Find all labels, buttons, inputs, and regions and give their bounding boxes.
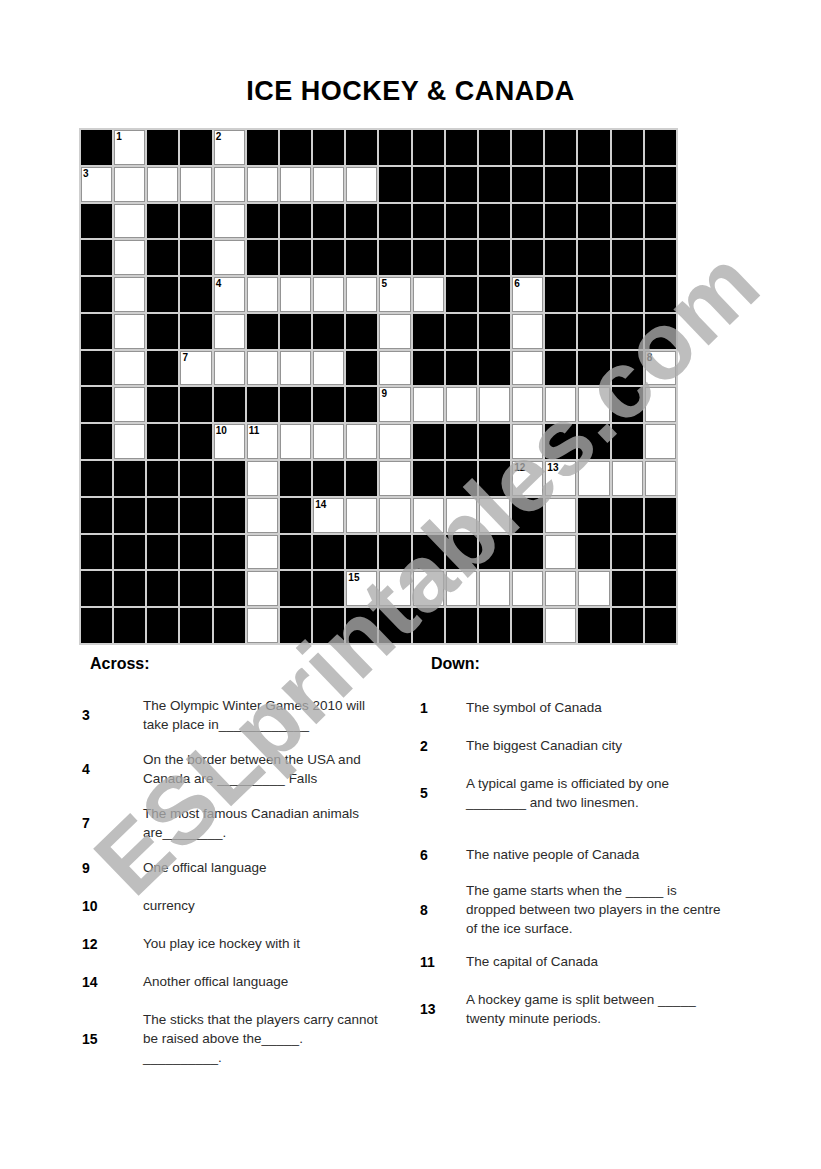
black-cell: [147, 608, 178, 643]
black-cell: [81, 608, 112, 643]
black-cell: [612, 167, 643, 202]
black-cell: [413, 351, 444, 386]
down-clue-list: 1The symbol of Canada2The biggest Canadi…: [418, 698, 748, 1028]
black-cell: [479, 535, 510, 570]
black-cell: [81, 387, 112, 422]
black-cell: [578, 204, 609, 239]
white-cell[interactable]: [346, 498, 377, 533]
white-cell[interactable]: 9: [379, 387, 410, 422]
white-cell[interactable]: [247, 461, 278, 496]
across-clue-list: 3The Olympic Winter Games 2010 will take…: [80, 696, 390, 1067]
black-cell: [512, 167, 543, 202]
black-cell: [512, 130, 543, 165]
across-clue-9: 9One offical language: [80, 858, 390, 877]
cell-clue-number: 15: [348, 572, 359, 583]
white-cell[interactable]: [413, 277, 444, 312]
white-cell[interactable]: [114, 167, 145, 202]
black-cell: [645, 571, 676, 606]
black-cell: [313, 535, 344, 570]
black-cell: [247, 314, 278, 349]
black-cell: [147, 424, 178, 459]
white-cell[interactable]: [645, 424, 676, 459]
black-cell: [379, 130, 410, 165]
black-cell: [180, 461, 211, 496]
black-cell: [379, 535, 410, 570]
black-cell: [147, 461, 178, 496]
white-cell[interactable]: 1: [114, 130, 145, 165]
white-cell[interactable]: [247, 608, 278, 643]
black-cell: [147, 314, 178, 349]
white-cell[interactable]: [545, 608, 576, 643]
white-cell[interactable]: 15: [346, 571, 377, 606]
white-cell[interactable]: [379, 461, 410, 496]
black-cell: [446, 130, 477, 165]
across-clue-12: 12You play ice hockey with it: [80, 934, 390, 953]
white-cell[interactable]: [578, 571, 609, 606]
black-cell: [379, 240, 410, 275]
black-cell: [645, 277, 676, 312]
black-cell: [545, 130, 576, 165]
black-cell: [545, 351, 576, 386]
black-cell: [379, 204, 410, 239]
cell-clue-number: 1: [116, 131, 122, 142]
black-cell: [578, 240, 609, 275]
black-cell: [81, 240, 112, 275]
white-cell[interactable]: [346, 424, 377, 459]
black-cell: [180, 424, 211, 459]
black-cell: [313, 240, 344, 275]
white-cell[interactable]: [379, 351, 410, 386]
white-cell[interactable]: 2: [214, 130, 245, 165]
clue-text: The Olympic Winter Games 2010 will take …: [143, 696, 379, 734]
black-cell: [413, 130, 444, 165]
clue-text: The native people of Canada: [466, 845, 728, 864]
black-cell: [578, 167, 609, 202]
black-cell: [578, 277, 609, 312]
black-cell: [313, 608, 344, 643]
black-cell: [446, 167, 477, 202]
black-cell: [578, 535, 609, 570]
black-cell: [479, 240, 510, 275]
white-cell[interactable]: [214, 240, 245, 275]
white-cell[interactable]: [645, 461, 676, 496]
black-cell: [81, 204, 112, 239]
clue-number: 4: [80, 761, 143, 777]
black-cell: [645, 130, 676, 165]
black-cell: [446, 461, 477, 496]
across-clue-7: 7The most famous Canadian animals are___…: [80, 804, 390, 842]
black-cell: [479, 277, 510, 312]
black-cell: [180, 571, 211, 606]
black-cell: [479, 130, 510, 165]
white-cell[interactable]: [612, 461, 643, 496]
clue-text: The symbol of Canada: [466, 698, 728, 717]
clue-number: 6: [418, 847, 466, 863]
black-cell: [479, 351, 510, 386]
black-cell: [645, 608, 676, 643]
white-cell[interactable]: 4: [214, 277, 245, 312]
black-cell: [214, 571, 245, 606]
black-cell: [446, 424, 477, 459]
black-cell: [446, 608, 477, 643]
black-cell: [147, 351, 178, 386]
white-cell[interactable]: [180, 167, 211, 202]
clue-text: A typical game is officiated by one ____…: [466, 774, 728, 812]
cell-clue-number: 7: [182, 352, 188, 363]
white-cell[interactable]: [214, 167, 245, 202]
black-cell: [645, 167, 676, 202]
black-cell: [413, 314, 444, 349]
black-cell: [147, 387, 178, 422]
white-cell[interactable]: [379, 571, 410, 606]
white-cell[interactable]: [114, 424, 145, 459]
across-clue-14: 14Another offical language: [80, 972, 390, 991]
black-cell: [280, 240, 311, 275]
black-cell: [81, 277, 112, 312]
black-cell: [180, 130, 211, 165]
white-cell[interactable]: [313, 351, 344, 386]
black-cell: [413, 204, 444, 239]
white-cell[interactable]: [114, 277, 145, 312]
black-cell: [346, 387, 377, 422]
clue-text: A hockey game is split between _____ twe…: [466, 990, 728, 1028]
black-cell: [280, 571, 311, 606]
across-clues-section: Across: 3The Olympic Winter Games 2010 w…: [80, 654, 390, 1086]
clue-text: The capital of Canada: [466, 952, 728, 971]
black-cell: [147, 204, 178, 239]
black-cell: [545, 167, 576, 202]
down-clue-11: 11The capital of Canada: [418, 952, 748, 971]
black-cell: [545, 314, 576, 349]
clue-number: 2: [418, 738, 466, 754]
black-cell: [612, 130, 643, 165]
cell-clue-number: 10: [216, 425, 227, 436]
white-cell[interactable]: 7: [180, 351, 211, 386]
clue-text: The game starts when the _____ is droppe…: [466, 881, 728, 938]
black-cell: [81, 351, 112, 386]
clue-text: One offical language: [143, 858, 379, 877]
black-cell: [346, 240, 377, 275]
white-cell[interactable]: [413, 387, 444, 422]
black-cell: [612, 314, 643, 349]
black-cell: [214, 498, 245, 533]
white-cell[interactable]: [280, 167, 311, 202]
black-cell: [346, 461, 377, 496]
black-cell: [413, 167, 444, 202]
down-clues-section: Down: 1The symbol of Canada2The biggest …: [418, 654, 748, 1047]
white-cell[interactable]: [247, 571, 278, 606]
cell-clue-number: 13: [547, 462, 558, 473]
white-cell[interactable]: [214, 314, 245, 349]
black-cell: [645, 314, 676, 349]
black-cell: [346, 314, 377, 349]
white-cell[interactable]: 10: [214, 424, 245, 459]
white-cell[interactable]: 14: [313, 498, 344, 533]
white-cell[interactable]: [413, 498, 444, 533]
clue-text: Another offical language: [143, 972, 379, 991]
black-cell: [645, 240, 676, 275]
black-cell: [313, 461, 344, 496]
white-cell[interactable]: [247, 351, 278, 386]
black-cell: [214, 387, 245, 422]
black-cell: [214, 461, 245, 496]
white-cell[interactable]: [280, 351, 311, 386]
cell-clue-number: 8: [647, 352, 653, 363]
black-cell: [81, 461, 112, 496]
black-cell: [280, 461, 311, 496]
clue-text: On the border between the USA and Canada…: [143, 750, 379, 788]
white-cell[interactable]: [545, 535, 576, 570]
down-header: Down:: [431, 654, 748, 673]
black-cell: [180, 608, 211, 643]
white-cell[interactable]: [346, 277, 377, 312]
down-clue-5: 5A typical game is officiated by one ___…: [418, 774, 748, 812]
white-cell[interactable]: 3: [81, 167, 112, 202]
black-cell: [280, 608, 311, 643]
black-cell: [413, 424, 444, 459]
black-cell: [645, 535, 676, 570]
black-cell: [147, 571, 178, 606]
black-cell: [280, 130, 311, 165]
clue-number: 1: [418, 700, 466, 716]
white-cell[interactable]: [479, 571, 510, 606]
black-cell: [214, 608, 245, 643]
white-cell[interactable]: [114, 314, 145, 349]
black-cell: [346, 130, 377, 165]
down-clue-13: 13A hockey game is split between _____ t…: [418, 990, 748, 1028]
black-cell: [446, 535, 477, 570]
white-cell[interactable]: [578, 461, 609, 496]
black-cell: [180, 204, 211, 239]
black-cell: [247, 204, 278, 239]
white-cell[interactable]: [313, 167, 344, 202]
clue-text: currency: [143, 896, 379, 915]
black-cell: [545, 424, 576, 459]
black-cell: [512, 240, 543, 275]
clue-number: 13: [418, 1001, 466, 1017]
white-cell[interactable]: [114, 351, 145, 386]
white-cell[interactable]: [313, 277, 344, 312]
black-cell: [578, 314, 609, 349]
black-cell: [247, 387, 278, 422]
black-cell: [479, 167, 510, 202]
black-cell: [578, 498, 609, 533]
white-cell[interactable]: [512, 351, 543, 386]
black-cell: [612, 608, 643, 643]
white-cell[interactable]: [379, 498, 410, 533]
white-cell[interactable]: 12: [512, 461, 543, 496]
black-cell: [313, 204, 344, 239]
black-cell: [247, 240, 278, 275]
black-cell: [180, 387, 211, 422]
white-cell[interactable]: [379, 314, 410, 349]
cell-clue-number: 5: [381, 278, 387, 289]
white-cell[interactable]: [446, 387, 477, 422]
black-cell: [512, 204, 543, 239]
white-cell[interactable]: [545, 571, 576, 606]
black-cell: [81, 130, 112, 165]
black-cell: [479, 314, 510, 349]
black-cell: [578, 130, 609, 165]
black-cell: [446, 277, 477, 312]
black-cell: [413, 461, 444, 496]
down-clue-8: 8The game starts when the _____ is dropp…: [418, 881, 748, 938]
black-cell: [479, 608, 510, 643]
black-cell: [479, 424, 510, 459]
black-cell: [446, 204, 477, 239]
clue-number: 10: [80, 898, 143, 914]
white-cell[interactable]: 11: [247, 424, 278, 459]
white-cell[interactable]: [479, 387, 510, 422]
black-cell: [346, 351, 377, 386]
clue-number: 3: [80, 707, 143, 723]
clue-number: 7: [80, 815, 143, 831]
black-cell: [379, 167, 410, 202]
black-cell: [81, 535, 112, 570]
clue-text: The most famous Canadian animals are____…: [143, 804, 379, 842]
white-cell[interactable]: [247, 277, 278, 312]
cell-clue-number: 2: [216, 131, 222, 142]
black-cell: [180, 314, 211, 349]
white-cell[interactable]: [247, 535, 278, 570]
black-cell: [578, 351, 609, 386]
black-cell: [346, 608, 377, 643]
cell-clue-number: 14: [315, 499, 326, 510]
black-cell: [280, 498, 311, 533]
black-cell: [114, 608, 145, 643]
black-cell: [413, 240, 444, 275]
black-cell: [446, 314, 477, 349]
white-cell[interactable]: [280, 424, 311, 459]
black-cell: [545, 240, 576, 275]
black-cell: [81, 571, 112, 606]
white-cell[interactable]: 6: [512, 277, 543, 312]
white-cell[interactable]: [512, 387, 543, 422]
black-cell: [379, 608, 410, 643]
white-cell[interactable]: 13: [545, 461, 576, 496]
black-cell: [147, 535, 178, 570]
clue-text: The sticks that the players carry cannot…: [143, 1010, 379, 1067]
white-cell[interactable]: [379, 424, 410, 459]
white-cell[interactable]: [512, 314, 543, 349]
page-title: ICE HOCKEY & CANADA: [0, 76, 821, 107]
black-cell: [645, 204, 676, 239]
black-cell: [612, 351, 643, 386]
clue-number: 5: [418, 785, 466, 801]
black-cell: [479, 461, 510, 496]
black-cell: [446, 351, 477, 386]
black-cell: [612, 535, 643, 570]
clue-number: 12: [80, 936, 143, 952]
white-cell[interactable]: [214, 351, 245, 386]
across-clue-15: 15The sticks that the players carry cann…: [80, 1010, 390, 1067]
black-cell: [612, 498, 643, 533]
cell-clue-number: 9: [381, 388, 387, 399]
white-cell[interactable]: [214, 204, 245, 239]
white-cell[interactable]: [645, 387, 676, 422]
black-cell: [512, 608, 543, 643]
black-cell: [180, 535, 211, 570]
black-cell: [346, 204, 377, 239]
black-cell: [147, 240, 178, 275]
white-cell[interactable]: [346, 167, 377, 202]
black-cell: [247, 130, 278, 165]
white-cell[interactable]: [512, 571, 543, 606]
black-cell: [114, 498, 145, 533]
black-cell: [545, 204, 576, 239]
white-cell[interactable]: [446, 498, 477, 533]
white-cell[interactable]: [247, 167, 278, 202]
white-cell[interactable]: [247, 498, 278, 533]
white-cell[interactable]: 5: [379, 277, 410, 312]
black-cell: [313, 130, 344, 165]
black-cell: [578, 424, 609, 459]
black-cell: [180, 277, 211, 312]
white-cell[interactable]: [413, 571, 444, 606]
across-clue-10: 10currency: [80, 896, 390, 915]
white-cell[interactable]: 8: [645, 351, 676, 386]
black-cell: [280, 314, 311, 349]
cell-clue-number: 12: [514, 462, 525, 473]
black-cell: [578, 608, 609, 643]
worksheet-page: ICE HOCKEY & CANADA 12345678910111213141…: [0, 0, 821, 1169]
black-cell: [346, 535, 377, 570]
black-cell: [612, 387, 643, 422]
black-cell: [147, 498, 178, 533]
black-cell: [114, 571, 145, 606]
cell-clue-number: 4: [216, 278, 222, 289]
white-cell[interactable]: [147, 167, 178, 202]
down-clue-6: 6The native people of Canada: [418, 845, 748, 864]
clue-number: 14: [80, 974, 143, 990]
white-cell[interactable]: [313, 424, 344, 459]
black-cell: [313, 387, 344, 422]
white-cell[interactable]: [114, 240, 145, 275]
white-cell[interactable]: [512, 424, 543, 459]
black-cell: [180, 498, 211, 533]
black-cell: [479, 204, 510, 239]
black-cell: [114, 535, 145, 570]
crossword-grid: 123456789101112131415: [79, 128, 678, 645]
black-cell: [612, 424, 643, 459]
black-cell: [81, 314, 112, 349]
down-clue-2: 2The biggest Canadian city: [418, 736, 748, 755]
black-cell: [147, 130, 178, 165]
clue-number: 8: [418, 902, 466, 918]
black-cell: [645, 498, 676, 533]
black-cell: [545, 277, 576, 312]
black-cell: [280, 387, 311, 422]
across-header: Across:: [90, 654, 390, 673]
cell-clue-number: 6: [514, 278, 520, 289]
clue-number: 11: [418, 954, 466, 970]
clue-text: You play ice hockey with it: [143, 934, 379, 953]
white-cell[interactable]: [114, 387, 145, 422]
black-cell: [81, 424, 112, 459]
white-cell[interactable]: [578, 387, 609, 422]
white-cell[interactable]: [114, 204, 145, 239]
white-cell[interactable]: [479, 498, 510, 533]
white-cell[interactable]: [545, 387, 576, 422]
black-cell: [114, 461, 145, 496]
clue-text: The biggest Canadian city: [466, 736, 728, 755]
white-cell[interactable]: [446, 571, 477, 606]
white-cell[interactable]: [545, 498, 576, 533]
across-clue-3: 3The Olympic Winter Games 2010 will take…: [80, 696, 390, 734]
white-cell[interactable]: [280, 277, 311, 312]
black-cell: [512, 535, 543, 570]
black-cell: [612, 204, 643, 239]
